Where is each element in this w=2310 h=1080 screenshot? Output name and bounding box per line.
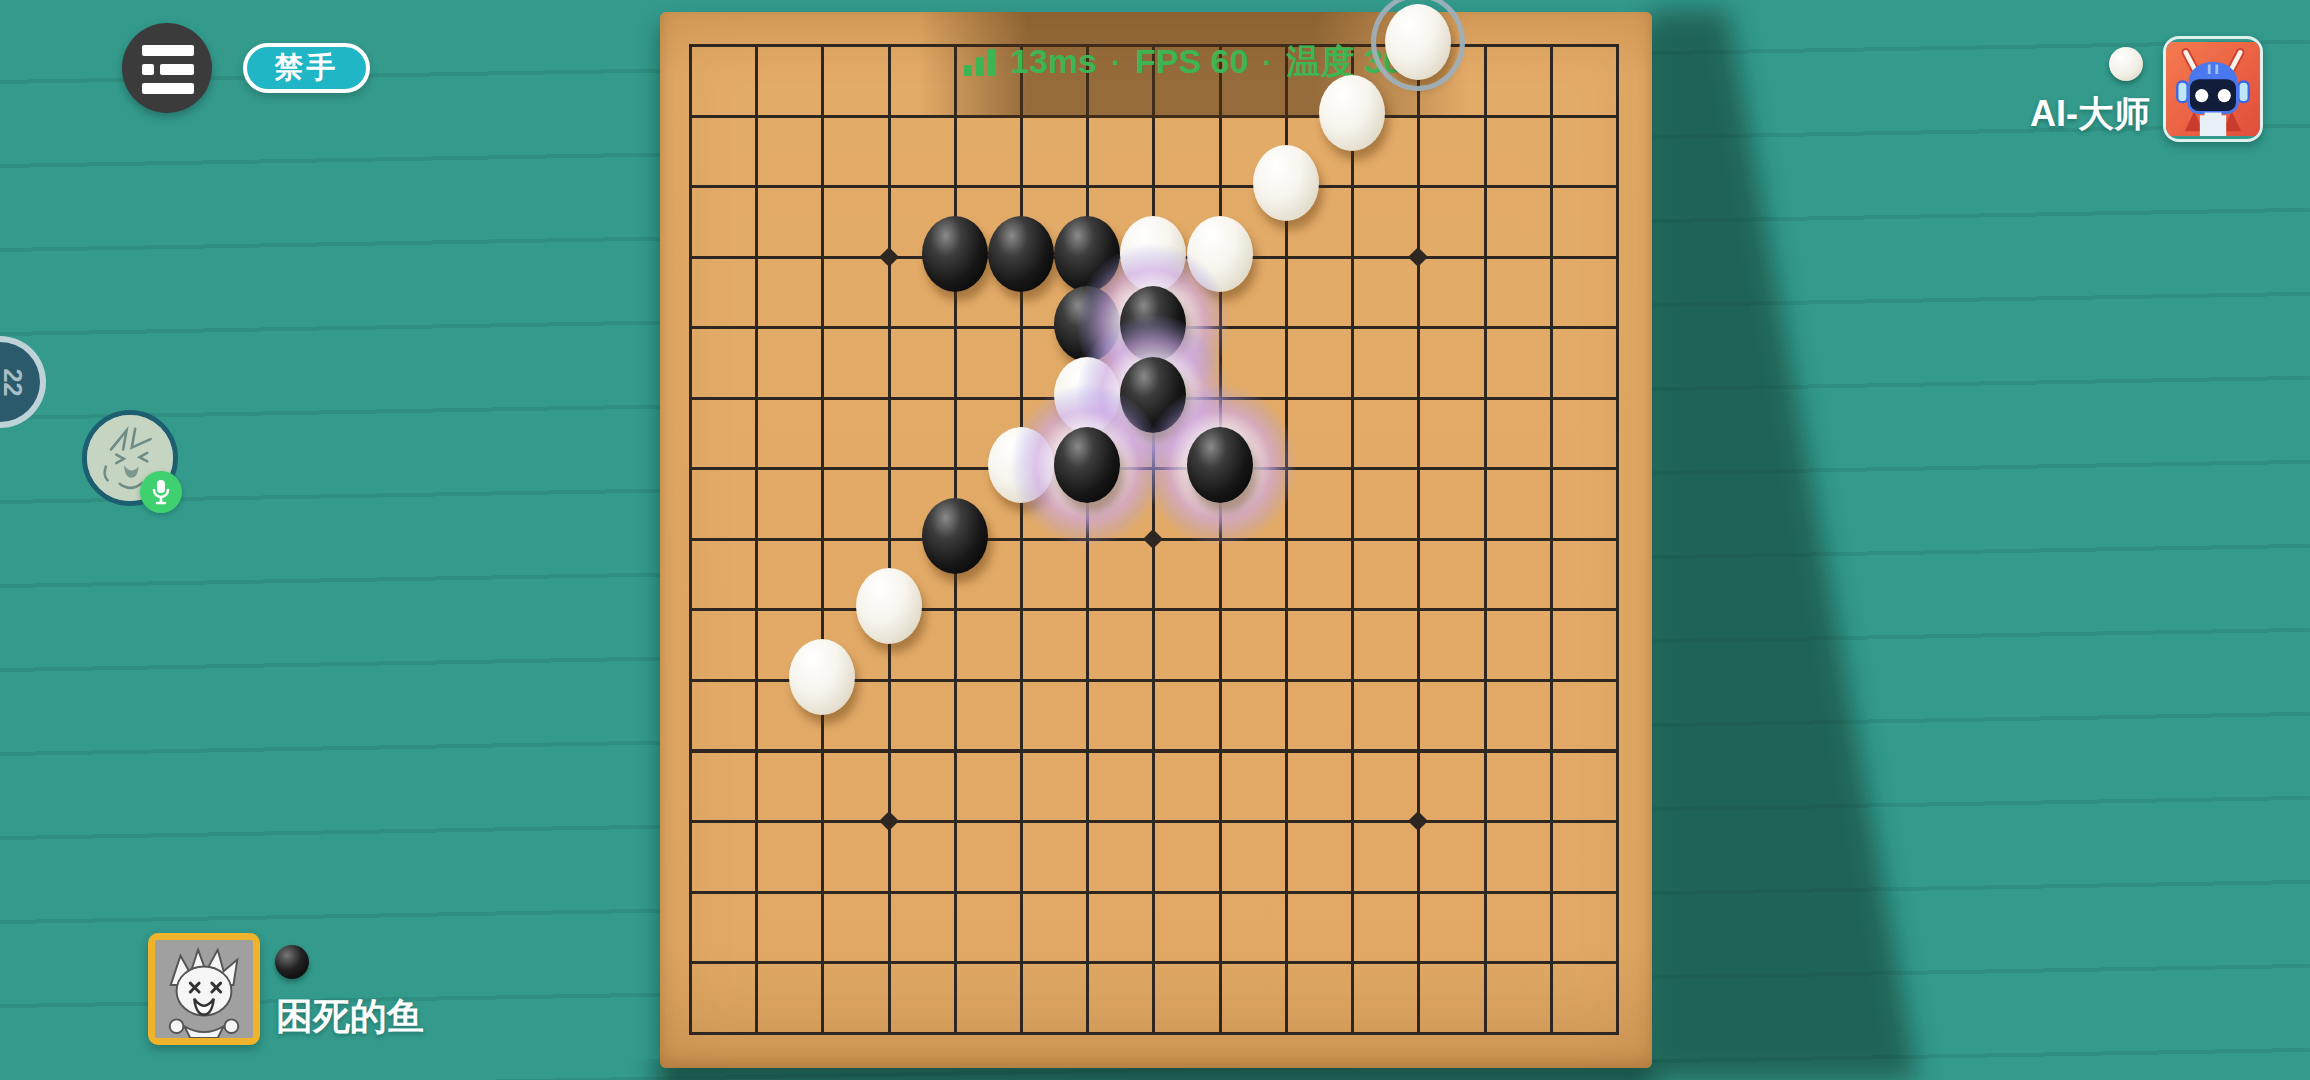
white-stone-c10r3 (1253, 145, 1319, 221)
black-stone-c9r7 (1187, 427, 1253, 503)
robot-avatar[interactable] (2163, 36, 2263, 142)
forbidden-rule-button[interactable]: 禁手 (243, 43, 370, 93)
microphone-icon (151, 479, 171, 505)
white-stone-c3r10 (789, 639, 855, 715)
menu-button[interactable] (122, 23, 212, 113)
menu-icon (160, 64, 194, 75)
last-move-ring (1371, 0, 1465, 91)
black-stone-c5r8 (922, 498, 988, 574)
menu-icon (142, 64, 154, 75)
count-badge-value: 22 (0, 368, 28, 396)
menu-icon (142, 45, 194, 56)
count-badge[interactable]: 22 (0, 336, 46, 428)
white-stone-c4r9 (856, 568, 922, 644)
ai-name: AI-大师 (1960, 90, 2150, 139)
black-stone-c6r4 (988, 216, 1054, 292)
black-stone-indicator (275, 945, 309, 979)
forbidden-rule-label: 禁手 (275, 48, 339, 88)
player-name: 困死的鱼 (276, 992, 424, 1042)
stones-layer (660, 12, 1652, 1068)
robot-icon (2166, 39, 2260, 139)
gomoku-board[interactable]: 13ms · FPS 60 · 温度 30°C (660, 12, 1652, 1068)
game-screen: 13ms · FPS 60 · 温度 30°C 禁手 22 (0, 0, 2310, 1080)
white-stone-c11r2 (1319, 75, 1385, 151)
mic-badge[interactable] (140, 471, 182, 513)
menu-icon (142, 83, 194, 94)
player-avatar-sketch (155, 940, 253, 1038)
white-stone-indicator (2109, 47, 2143, 81)
player-avatar[interactable] (148, 933, 260, 1045)
black-stone-c5r4 (922, 216, 988, 292)
